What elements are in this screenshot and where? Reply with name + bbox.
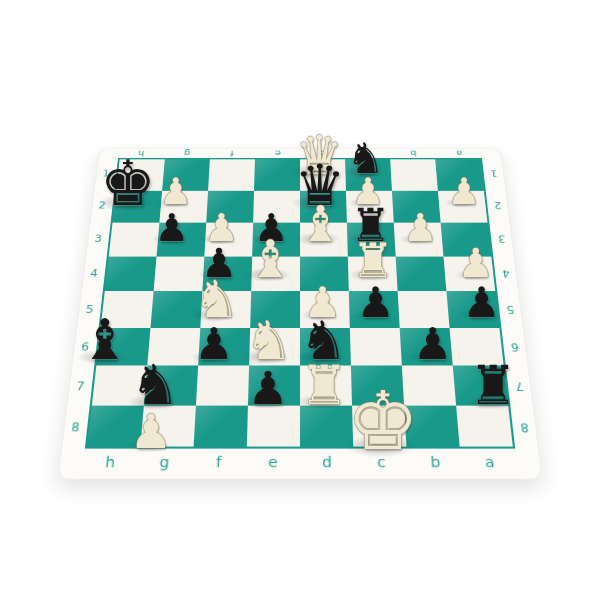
black-bishop-h6[interactable]: ♝ — [79, 312, 129, 368]
black-pawn-g3[interactable]: ♟ — [154, 209, 188, 247]
pieces-layer: ♛♞♚♟♛♟♟♟♟♟♝♜♟♟♝♜♟♞♟♟♟♝♟♞♞♟♞♟♜♜♟♚ — [0, 0, 600, 600]
white-pawn-g8[interactable]: ♟ — [130, 408, 173, 455]
black-pawn-b6[interactable]: ♟ — [413, 322, 452, 366]
white-pawn-b3[interactable]: ♟ — [403, 209, 437, 247]
black-pawn-a5[interactable]: ♟ — [463, 282, 501, 324]
white-king-c8[interactable]: ♚ — [347, 381, 419, 462]
white-knight-e6[interactable]: ♞ — [245, 314, 293, 367]
black-pawn-e7[interactable]: ♟ — [247, 366, 288, 412]
product-photo-stage: hgfedcba hgfedcba 12345678 12345678 ♛♞♚♟… — [0, 0, 600, 600]
black-rook-a7[interactable]: ♜ — [469, 359, 517, 413]
white-rook-d7[interactable]: ♜ — [300, 359, 348, 413]
white-bishop-d3[interactable]: ♝ — [299, 200, 343, 249]
black-pawn-c5[interactable]: ♟ — [357, 282, 395, 324]
white-pawn-a2[interactable]: ♟ — [448, 174, 481, 211]
black-pawn-f6[interactable]: ♟ — [194, 322, 233, 366]
white-bishop-e4[interactable]: ♝ — [247, 234, 293, 285]
black-king-h2[interactable]: ♚ — [100, 153, 156, 215]
